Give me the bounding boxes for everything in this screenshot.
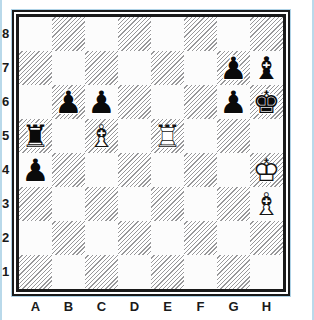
black-rook-glyph: ♜: [19, 119, 52, 153]
square-h4: ♚♔: [250, 153, 283, 187]
square-g5: [217, 119, 250, 153]
square-a8: [19, 17, 52, 51]
square-h5: [250, 119, 283, 153]
file-labels: ABCDEFGH: [19, 299, 283, 315]
black-pawn: ♟: [217, 85, 250, 119]
black-pawn-glyph: ♟: [19, 153, 52, 187]
black-bishop: ♝: [250, 51, 283, 85]
square-g6: ♟: [217, 85, 250, 119]
square-b1: [52, 255, 85, 289]
black-pawn-glyph: ♟: [52, 85, 85, 119]
square-h3: ♝♗: [250, 187, 283, 221]
chess-diagram: 87654321 ♟♝♟♟♟♚♜♝♗♜♖♟♚♔♝♗ ABCDEFGH: [0, 0, 314, 320]
rank-label-6: 6: [0, 85, 11, 119]
square-f5: [184, 119, 217, 153]
rank-label-4: 4: [0, 153, 11, 187]
file-label-b: B: [52, 299, 85, 315]
square-b5: [52, 119, 85, 153]
square-b2: [52, 221, 85, 255]
square-h6: ♚: [250, 85, 283, 119]
white-bishop: ♝♗: [250, 187, 283, 221]
square-c2: [85, 221, 118, 255]
square-e6: [151, 85, 184, 119]
square-a1: [19, 255, 52, 289]
file-label-d: D: [118, 299, 151, 315]
square-g2: [217, 221, 250, 255]
square-e2: [151, 221, 184, 255]
rank-label-7: 7: [0, 51, 11, 85]
chess-board: ♟♝♟♟♟♚♜♝♗♜♖♟♚♔♝♗: [16, 14, 286, 292]
scan-edge-right: [312, 0, 314, 320]
black-pawn-glyph: ♟: [85, 85, 118, 119]
square-g1: [217, 255, 250, 289]
square-d7: [118, 51, 151, 85]
square-f1: [184, 255, 217, 289]
file-label-f: F: [184, 299, 217, 315]
square-c1: [85, 255, 118, 289]
white-bishop: ♝♗: [85, 119, 118, 153]
square-b3: [52, 187, 85, 221]
square-d1: [118, 255, 151, 289]
black-pawn-glyph: ♟: [217, 85, 250, 119]
square-e1: [151, 255, 184, 289]
file-label-a: A: [19, 299, 52, 315]
black-pawn-glyph: ♟: [217, 51, 250, 85]
black-pawn: ♟: [85, 85, 118, 119]
square-a2: [19, 221, 52, 255]
square-b7: [52, 51, 85, 85]
square-a7: [19, 51, 52, 85]
square-f7: [184, 51, 217, 85]
square-c3: [85, 187, 118, 221]
square-d4: [118, 153, 151, 187]
white-rook-outline: ♖: [151, 119, 184, 153]
square-h8: [250, 17, 283, 51]
rank-label-3: 3: [0, 187, 11, 221]
square-f2: [184, 221, 217, 255]
black-king: ♚: [250, 85, 283, 119]
square-f8: [184, 17, 217, 51]
black-king-glyph: ♚: [250, 85, 283, 119]
square-d5: [118, 119, 151, 153]
square-c6: ♟: [85, 85, 118, 119]
black-bishop-glyph: ♝: [250, 51, 283, 85]
board-frame: ♟♝♟♟♟♚♜♝♗♜♖♟♚♔♝♗: [12, 10, 290, 296]
square-a5: ♜: [19, 119, 52, 153]
rank-label-5: 5: [0, 119, 11, 153]
square-f6: [184, 85, 217, 119]
square-h1: [250, 255, 283, 289]
square-e7: [151, 51, 184, 85]
black-pawn: ♟: [52, 85, 85, 119]
white-bishop-outline: ♗: [85, 119, 118, 153]
square-d3: [118, 187, 151, 221]
black-pawn: ♟: [217, 51, 250, 85]
square-a3: [19, 187, 52, 221]
square-c4: [85, 153, 118, 187]
white-king-outline: ♔: [250, 153, 283, 187]
file-label-e: E: [151, 299, 184, 315]
white-king: ♚♔: [250, 153, 283, 187]
square-g8: [217, 17, 250, 51]
square-e3: [151, 187, 184, 221]
square-d6: [118, 85, 151, 119]
file-label-c: C: [85, 299, 118, 315]
black-pawn: ♟: [19, 153, 52, 187]
square-e8: [151, 17, 184, 51]
white-bishop-outline: ♗: [250, 187, 283, 221]
square-g3: [217, 187, 250, 221]
rank-label-2: 2: [0, 221, 11, 255]
square-a6: [19, 85, 52, 119]
square-h7: ♝: [250, 51, 283, 85]
file-label-g: G: [217, 299, 250, 315]
square-e4: [151, 153, 184, 187]
square-h2: [250, 221, 283, 255]
square-g4: [217, 153, 250, 187]
square-b8: [52, 17, 85, 51]
rank-labels: 87654321: [0, 17, 11, 289]
white-rook: ♜♖: [151, 119, 184, 153]
square-c8: [85, 17, 118, 51]
square-g7: ♟: [217, 51, 250, 85]
rank-label-8: 8: [0, 17, 11, 51]
square-b4: [52, 153, 85, 187]
square-f4: [184, 153, 217, 187]
square-d8: [118, 17, 151, 51]
square-f3: [184, 187, 217, 221]
file-label-h: H: [250, 299, 283, 315]
rank-label-1: 1: [0, 255, 11, 289]
square-c5: ♝♗: [85, 119, 118, 153]
square-a4: ♟: [19, 153, 52, 187]
square-e5: ♜♖: [151, 119, 184, 153]
square-d2: [118, 221, 151, 255]
square-b6: ♟: [52, 85, 85, 119]
square-c7: [85, 51, 118, 85]
black-rook: ♜: [19, 119, 52, 153]
